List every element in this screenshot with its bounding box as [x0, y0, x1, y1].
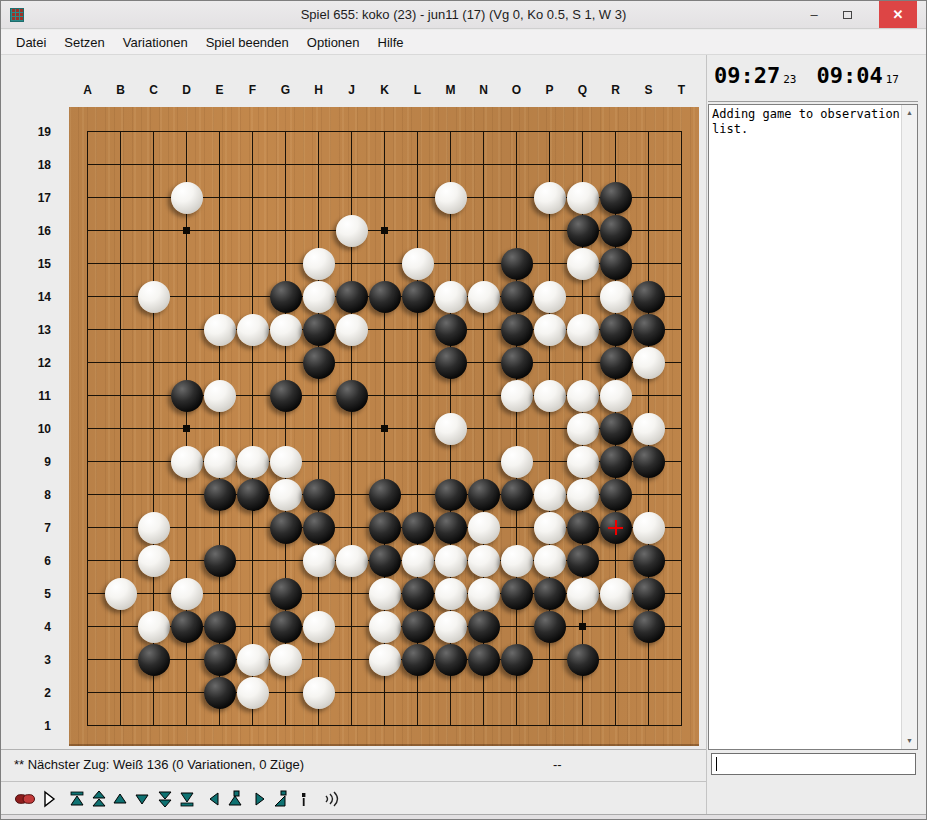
jump-to-end-button[interactable] — [177, 789, 197, 809]
black-stone-G14 — [270, 281, 302, 313]
step-forward-icon — [133, 790, 151, 808]
white-stone-O11 — [501, 380, 533, 412]
white-stone-J16 — [336, 215, 368, 247]
black-stone-O8 — [501, 479, 533, 511]
status-extra: -- — [553, 757, 562, 772]
prev-move-icon — [206, 790, 224, 808]
text-caret — [716, 757, 717, 771]
white-stone-M14 — [435, 281, 467, 313]
command-input[interactable] — [711, 753, 916, 775]
white-stone-M17 — [435, 182, 467, 214]
black-stone-L14 — [402, 281, 434, 313]
play-icon — [40, 790, 58, 808]
white-stone-H15 — [303, 248, 335, 280]
row-label-13: 13 — [25, 323, 51, 337]
white-stone-P7 — [534, 512, 566, 544]
black-stone-N4 — [468, 611, 500, 643]
scrollbar-track[interactable] — [902, 121, 917, 733]
jump-to-start-button[interactable] — [67, 789, 87, 809]
black-stone-R12 — [600, 347, 632, 379]
black-stone-R17 — [600, 182, 632, 214]
black-stone-J11 — [336, 380, 368, 412]
black-stone-M13 — [435, 314, 467, 346]
white-stone-S12 — [633, 347, 665, 379]
row-label-15: 15 — [25, 257, 51, 271]
status-next-move: ** Nächster Zug: Weiß 136 (0 Variationen… — [14, 757, 304, 772]
black-stone-S13 — [633, 314, 665, 346]
black-stone-E6 — [204, 545, 236, 577]
white-stone-Q11 — [567, 380, 599, 412]
row-label-1: 1 — [25, 719, 51, 733]
col-label-E: E — [212, 83, 228, 97]
white-stone-J13 — [336, 314, 368, 346]
close-button[interactable]: ✕ — [879, 1, 917, 28]
white-stone-P11 — [534, 380, 566, 412]
white-stone-P17 — [534, 182, 566, 214]
menu-item-hilfe[interactable]: Hilfe — [369, 32, 413, 53]
white-stone-F9 — [237, 446, 269, 478]
black-stone-L5 — [402, 578, 434, 610]
black-stone-E3 — [204, 644, 236, 676]
black-stone-D11 — [171, 380, 203, 412]
row-label-4: 4 — [25, 620, 51, 634]
row-label-11: 11 — [25, 389, 51, 403]
white-stone-G8 — [270, 479, 302, 511]
black-stone-S14 — [633, 281, 665, 313]
menu-item-spiel-beenden[interactable]: Spiel beenden — [197, 32, 298, 53]
col-label-A: A — [80, 83, 96, 97]
white-stone-F13 — [237, 314, 269, 346]
white-stone-S7 — [633, 512, 665, 544]
white-stone-M5 — [435, 578, 467, 610]
row-label-8: 8 — [25, 488, 51, 502]
black-clock: 09:04 — [816, 63, 882, 88]
observe-stones-button[interactable] — [15, 789, 35, 809]
white-stone-P14 — [534, 281, 566, 313]
black-stone-M3 — [435, 644, 467, 676]
col-label-R: R — [608, 83, 624, 97]
white-stone-E11 — [204, 380, 236, 412]
jump-to-start-icon — [68, 790, 86, 808]
col-label-N: N — [476, 83, 492, 97]
col-label-B: B — [113, 83, 129, 97]
white-stone-K3 — [369, 644, 401, 676]
black-stone-O3 — [501, 644, 533, 676]
side-panel: 09:27 23 09:04 17 Adding game to observa… — [706, 55, 927, 820]
black-stone-Q16 — [567, 215, 599, 247]
black-stone-N8 — [468, 479, 500, 511]
black-stone-R8 — [600, 479, 632, 511]
white-stone-G9 — [270, 446, 302, 478]
col-label-S: S — [641, 83, 657, 97]
white-stone-C14 — [138, 281, 170, 313]
black-stone-K14 — [369, 281, 401, 313]
col-label-O: O — [509, 83, 525, 97]
menu-item-variationen[interactable]: Variationen — [114, 32, 197, 53]
menu-item-datei[interactable]: Datei — [7, 32, 55, 53]
black-stone-M12 — [435, 347, 467, 379]
white-stone-E13 — [204, 314, 236, 346]
black-stone-R10 — [600, 413, 632, 445]
variation-up-icon — [226, 790, 244, 808]
black-stone-G4 — [270, 611, 302, 643]
black-stone-L3 — [402, 644, 434, 676]
white-stone-B5 — [105, 578, 137, 610]
col-label-F: F — [245, 83, 261, 97]
white-stone-N14 — [468, 281, 500, 313]
prev-move-button[interactable] — [205, 789, 225, 809]
col-label-L: L — [410, 83, 426, 97]
jump-to-end-icon — [178, 790, 196, 808]
white-stone-L6 — [402, 545, 434, 577]
window-bottom-edge — [1, 814, 926, 820]
white-stone-H4 — [303, 611, 335, 643]
black-stone-O14 — [501, 281, 533, 313]
log-scrollbar[interactable]: ▲ ▼ — [901, 105, 917, 749]
exclamation-icon — [294, 790, 312, 808]
white-stone-H6 — [303, 545, 335, 577]
white-stone-F3 — [237, 644, 269, 676]
board-panel: ABCDEFGHJKLMNOPQRST 19181716151413121110… — [1, 55, 706, 749]
navigation-toolbar — [1, 781, 706, 814]
maximize-button[interactable] — [832, 1, 862, 28]
black-stone-Q7 — [567, 512, 599, 544]
white-stone-G3 — [270, 644, 302, 676]
white-stone-K5 — [369, 578, 401, 610]
black-stone-C3 — [138, 644, 170, 676]
white-stone-M10 — [435, 413, 467, 445]
menu-bar: DateiSetzenVariationenSpiel beendenOptio… — [1, 30, 926, 55]
black-stone-K8 — [369, 479, 401, 511]
last-move-marker-R7 — [608, 520, 623, 535]
variation-up-button[interactable] — [225, 789, 245, 809]
row-label-5: 5 — [25, 587, 51, 601]
col-label-K: K — [377, 83, 393, 97]
col-label-M: M — [443, 83, 459, 97]
black-stone-G11 — [270, 380, 302, 412]
star-point-D16 — [183, 227, 190, 234]
col-label-C: C — [146, 83, 162, 97]
status-bar: ** Nächster Zug: Weiß 136 (0 Variationen… — [1, 749, 706, 781]
message-log: Adding game to observation list. ▲ ▼ — [708, 104, 918, 750]
col-label-J: J — [344, 83, 360, 97]
black-stone-J14 — [336, 281, 368, 313]
black-stone-N3 — [468, 644, 500, 676]
white-stone-M6 — [435, 545, 467, 577]
maximize-icon — [843, 11, 852, 19]
white-stone-Q9 — [567, 446, 599, 478]
white-stone-H14 — [303, 281, 335, 313]
minimize-button[interactable]: – — [799, 1, 829, 28]
white-stone-N6 — [468, 545, 500, 577]
black-stone-K6 — [369, 545, 401, 577]
black-stone-O13 — [501, 314, 533, 346]
next-move-button[interactable] — [249, 789, 269, 809]
black-stone-R15 — [600, 248, 632, 280]
next-move-icon — [250, 790, 268, 808]
row-label-12: 12 — [25, 356, 51, 370]
black-stone-G5 — [270, 578, 302, 610]
black-stone-D4 — [171, 611, 203, 643]
black-stone-S5 — [633, 578, 665, 610]
fast-rewind-icon — [90, 790, 108, 808]
app-window: Spiel 655: koko (23) - jun11 (17) (Vg 0,… — [0, 0, 927, 820]
menu-item-setzen[interactable]: Setzen — [55, 32, 113, 53]
white-stone-R5 — [600, 578, 632, 610]
white-stone-F2 — [237, 677, 269, 709]
row-label-18: 18 — [25, 158, 51, 172]
white-stone-Q17 — [567, 182, 599, 214]
white-stone-K4 — [369, 611, 401, 643]
row-label-2: 2 — [25, 686, 51, 700]
col-label-Q: Q — [575, 83, 591, 97]
star-point-Q4 — [579, 623, 586, 630]
col-label-G: G — [278, 83, 294, 97]
black-stone-O15 — [501, 248, 533, 280]
say-button[interactable] — [322, 789, 342, 809]
black-stone-E4 — [204, 611, 236, 643]
divider — [708, 101, 918, 102]
black-stone-K7 — [369, 512, 401, 544]
black-byoyomi-count: 17 — [886, 73, 899, 86]
white-stone-D5 — [171, 578, 203, 610]
black-stone-P5 — [534, 578, 566, 610]
black-stone-R16 — [600, 215, 632, 247]
col-label-T: T — [674, 83, 690, 97]
white-stone-O9 — [501, 446, 533, 478]
white-clock: 09:27 — [714, 63, 780, 88]
game-clocks: 09:27 23 09:04 17 — [714, 63, 913, 88]
white-byoyomi-count: 23 — [783, 73, 796, 86]
row-label-17: 17 — [25, 191, 51, 205]
row-label-7: 7 — [25, 521, 51, 535]
black-stone-R9 — [600, 446, 632, 478]
black-stone-M7 — [435, 512, 467, 544]
white-stone-P8 — [534, 479, 566, 511]
white-stone-Q10 — [567, 413, 599, 445]
col-label-H: H — [311, 83, 327, 97]
window-title: Spiel 655: koko (23) - jun11 (17) (Vg 0,… — [1, 7, 926, 22]
title-bar: Spiel 655: koko (23) - jun11 (17) (Vg 0,… — [1, 1, 926, 29]
white-stone-R11 — [600, 380, 632, 412]
black-stone-H8 — [303, 479, 335, 511]
say-icon — [322, 790, 342, 808]
log-text: Adding game to observation list. — [709, 105, 901, 749]
fast-forward-button[interactable] — [155, 789, 175, 809]
white-stone-Q15 — [567, 248, 599, 280]
black-stone-M8 — [435, 479, 467, 511]
black-stone-H12 — [303, 347, 335, 379]
white-stone-E9 — [204, 446, 236, 478]
white-stone-R14 — [600, 281, 632, 313]
step-forward-button[interactable] — [132, 789, 152, 809]
black-stone-S9 — [633, 446, 665, 478]
white-stone-N7 — [468, 512, 500, 544]
exclamation-button[interactable] — [293, 789, 313, 809]
black-stone-O5 — [501, 578, 533, 610]
black-stone-H13 — [303, 314, 335, 346]
white-stone-D17 — [171, 182, 203, 214]
scroll-down-icon[interactable]: ▼ — [902, 733, 917, 749]
black-stone-P4 — [534, 611, 566, 643]
black-stone-E8 — [204, 479, 236, 511]
col-label-D: D — [179, 83, 195, 97]
black-stone-G7 — [270, 512, 302, 544]
step-back-icon — [111, 790, 129, 808]
next-variation-icon — [271, 790, 289, 808]
white-stone-C7 — [138, 512, 170, 544]
row-label-6: 6 — [25, 554, 51, 568]
black-stone-F8 — [237, 479, 269, 511]
menu-item-optionen[interactable]: Optionen — [298, 32, 369, 53]
row-label-9: 9 — [25, 455, 51, 469]
star-point-D10 — [183, 425, 190, 432]
white-stone-G13 — [270, 314, 302, 346]
white-stone-L15 — [402, 248, 434, 280]
white-stone-N5 — [468, 578, 500, 610]
scroll-up-icon[interactable]: ▲ — [902, 105, 917, 121]
black-stone-R13 — [600, 314, 632, 346]
row-label-19: 19 — [25, 125, 51, 139]
star-point-K10 — [381, 425, 388, 432]
row-label-16: 16 — [25, 224, 51, 238]
row-label-10: 10 — [25, 422, 51, 436]
fast-rewind-button[interactable] — [89, 789, 109, 809]
next-variation-button[interactable] — [270, 789, 290, 809]
black-stone-S6 — [633, 545, 665, 577]
row-label-3: 3 — [25, 653, 51, 667]
black-stone-L4 — [402, 611, 434, 643]
black-stone-O12 — [501, 347, 533, 379]
black-stone-Q6 — [567, 545, 599, 577]
black-stone-L7 — [402, 512, 434, 544]
white-stone-J6 — [336, 545, 368, 577]
white-stone-O6 — [501, 545, 533, 577]
black-stone-Q3 — [567, 644, 599, 676]
black-stone-E2 — [204, 677, 236, 709]
white-stone-Q5 — [567, 578, 599, 610]
observe-stones-icon — [15, 793, 35, 805]
white-stone-P13 — [534, 314, 566, 346]
white-stone-Q13 — [567, 314, 599, 346]
white-stone-H2 — [303, 677, 335, 709]
row-label-14: 14 — [25, 290, 51, 304]
fast-forward-icon — [156, 790, 174, 808]
white-stone-Q8 — [567, 479, 599, 511]
white-stone-S10 — [633, 413, 665, 445]
white-stone-C6 — [138, 545, 170, 577]
black-stone-S4 — [633, 611, 665, 643]
play-button[interactable] — [39, 789, 59, 809]
go-board[interactable] — [69, 107, 699, 746]
star-point-K16 — [381, 227, 388, 234]
white-stone-P6 — [534, 545, 566, 577]
col-label-P: P — [542, 83, 558, 97]
white-stone-D9 — [171, 446, 203, 478]
black-stone-H7 — [303, 512, 335, 544]
white-stone-M4 — [435, 611, 467, 643]
white-stone-C4 — [138, 611, 170, 643]
step-back-button[interactable] — [110, 789, 130, 809]
